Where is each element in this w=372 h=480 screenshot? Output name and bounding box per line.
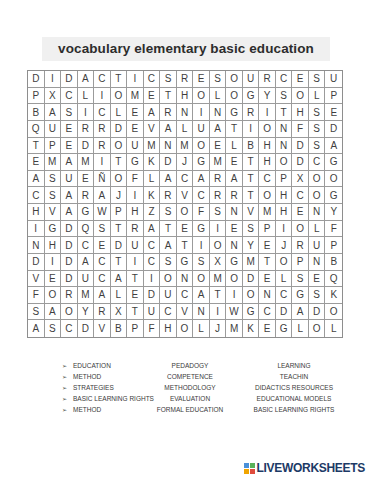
grid-cell-r12c6[interactable]: T — [111, 254, 128, 271]
grid-cell-r1c5[interactable]: C — [94, 71, 111, 88]
grid-cell-r2c7[interactable]: M — [127, 88, 144, 105]
grid-cell-r11c6[interactable]: D — [111, 237, 128, 254]
grid-cell-r7c17[interactable]: X — [292, 171, 309, 188]
grid-cell-r14c9[interactable]: U — [160, 287, 177, 304]
grid-cell-r15c5[interactable]: R — [94, 304, 111, 321]
grid-cell-r9c1[interactable]: H — [28, 204, 45, 221]
grid-cell-r10c13[interactable]: E — [226, 221, 243, 238]
grid-cell-r8c1[interactable]: C — [28, 187, 45, 204]
grid-cell-r1c14[interactable]: U — [243, 71, 260, 88]
grid-cell-r12c11[interactable]: S — [193, 254, 210, 271]
grid-cell-r14c6[interactable]: L — [111, 287, 128, 304]
grid-cell-r11c19[interactable]: P — [325, 237, 342, 254]
grid-cell-r12c2[interactable]: I — [45, 254, 62, 271]
grid-cell-r14c17[interactable]: G — [292, 287, 309, 304]
grid-cell-r9c17[interactable]: E — [292, 204, 309, 221]
grid-cell-r5c16[interactable]: N — [276, 138, 293, 155]
grid-cell-r10c11[interactable]: G — [193, 221, 210, 238]
grid-cell-r10c1[interactable]: I — [28, 221, 45, 238]
grid-cell-r10c7[interactable]: R — [127, 221, 144, 238]
grid-cell-r4c15[interactable]: O — [259, 121, 276, 138]
grid-cell-r7c12[interactable]: R — [210, 171, 227, 188]
grid-cell-r3c13[interactable]: G — [226, 104, 243, 121]
grid-cell-r16c8[interactable]: F — [144, 320, 161, 337]
grid-cell-r3c14[interactable]: R — [243, 104, 260, 121]
grid-cell-r15c4[interactable]: Y — [78, 304, 95, 321]
grid-cell-r8c6[interactable]: J — [111, 187, 128, 204]
grid-cell-r7c7[interactable]: F — [127, 171, 144, 188]
grid-cell-r3c6[interactable]: L — [111, 104, 128, 121]
grid-cell-r16c15[interactable]: E — [259, 320, 276, 337]
grid-cell-r13c6[interactable]: A — [111, 271, 128, 288]
grid-cell-r5c6[interactable]: O — [111, 138, 128, 155]
grid-cell-r15c19[interactable]: O — [325, 304, 342, 321]
grid-cell-r13c2[interactable]: E — [45, 271, 62, 288]
grid-cell-r14c12[interactable]: T — [210, 287, 227, 304]
grid-cell-r4c7[interactable]: E — [127, 121, 144, 138]
grid-cell-r6c6[interactable]: T — [111, 154, 128, 171]
grid-cell-r11c18[interactable]: U — [309, 237, 326, 254]
grid-cell-r1c2[interactable]: I — [45, 71, 62, 88]
grid-cell-r2c10[interactable]: H — [177, 88, 194, 105]
grid-cell-r15c17[interactable]: A — [292, 304, 309, 321]
grid-cell-r15c12[interactable]: I — [210, 304, 227, 321]
grid-cell-r14c18[interactable]: S — [309, 287, 326, 304]
grid-cell-r4c2[interactable]: U — [45, 121, 62, 138]
grid-cell-r15c10[interactable]: V — [177, 304, 194, 321]
grid-cell-r13c16[interactable]: L — [276, 271, 293, 288]
grid-cell-r8c13[interactable]: R — [226, 187, 243, 204]
grid-cell-r4c13[interactable]: T — [226, 121, 243, 138]
grid-cell-r6c9[interactable]: D — [160, 154, 177, 171]
grid-cell-r11c17[interactable]: R — [292, 237, 309, 254]
grid-cell-r12c19[interactable]: B — [325, 254, 342, 271]
grid-cell-r10c4[interactable]: Q — [78, 221, 95, 238]
grid-cell-r7c8[interactable]: L — [144, 171, 161, 188]
grid-cell-r3c5[interactable]: C — [94, 104, 111, 121]
grid-cell-r6c2[interactable]: M — [45, 154, 62, 171]
grid-cell-r13c9[interactable]: O — [160, 271, 177, 288]
grid-cell-r9c19[interactable]: Y — [325, 204, 342, 221]
grid-cell-r16c18[interactable]: O — [309, 320, 326, 337]
grid-cell-r8c10[interactable]: V — [177, 187, 194, 204]
grid-cell-r11c4[interactable]: C — [78, 237, 95, 254]
grid-cell-r16c1[interactable]: A — [28, 320, 45, 337]
grid-cell-r13c1[interactable]: V — [28, 271, 45, 288]
grid-cell-r7c11[interactable]: A — [193, 171, 210, 188]
grid-cell-r1c17[interactable]: E — [292, 71, 309, 88]
grid-cell-r6c15[interactable]: H — [259, 154, 276, 171]
grid-cell-r10c2[interactable]: G — [45, 221, 62, 238]
grid-cell-r1c6[interactable]: T — [111, 71, 128, 88]
grid-cell-r4c11[interactable]: U — [193, 121, 210, 138]
grid-cell-r3c12[interactable]: N — [210, 104, 227, 121]
grid-cell-r10c19[interactable]: F — [325, 221, 342, 238]
grid-cell-r8c3[interactable]: A — [61, 187, 78, 204]
grid-cell-r12c12[interactable]: X — [210, 254, 227, 271]
grid-cell-r13c5[interactable]: C — [94, 271, 111, 288]
grid-cell-r4c18[interactable]: S — [309, 121, 326, 138]
grid-cell-r1c3[interactable]: D — [61, 71, 78, 88]
grid-cell-r5c7[interactable]: U — [127, 138, 144, 155]
grid-cell-r3c16[interactable]: T — [276, 104, 293, 121]
grid-cell-r14c19[interactable]: K — [325, 287, 342, 304]
grid-cell-r16c16[interactable]: G — [276, 320, 293, 337]
grid-cell-r7c5[interactable]: Ñ — [94, 171, 111, 188]
grid-cell-r8c17[interactable]: C — [292, 187, 309, 204]
grid-cell-r11c8[interactable]: C — [144, 237, 161, 254]
grid-cell-r9c14[interactable]: V — [243, 204, 260, 221]
grid-cell-r4c10[interactable]: L — [177, 121, 194, 138]
grid-cell-r16c14[interactable]: K — [243, 320, 260, 337]
grid-cell-r12c5[interactable]: C — [94, 254, 111, 271]
grid-cell-r15c7[interactable]: T — [127, 304, 144, 321]
grid-cell-r1c11[interactable]: E — [193, 71, 210, 88]
grid-cell-r4c1[interactable]: Q — [28, 121, 45, 138]
grid-cell-r7c2[interactable]: S — [45, 171, 62, 188]
grid-cell-r16c19[interactable]: L — [325, 320, 342, 337]
grid-cell-r7c14[interactable]: T — [243, 171, 260, 188]
grid-cell-r15c18[interactable]: D — [309, 304, 326, 321]
grid-cell-r13c15[interactable]: E — [259, 271, 276, 288]
grid-cell-r1c12[interactable]: S — [210, 71, 227, 88]
grid-cell-r1c9[interactable]: S — [160, 71, 177, 88]
grid-cell-r3c15[interactable]: I — [259, 104, 276, 121]
grid-cell-r2c4[interactable]: L — [78, 88, 95, 105]
grid-cell-r16c13[interactable]: M — [226, 320, 243, 337]
grid-cell-r9c3[interactable]: A — [61, 204, 78, 221]
grid-cell-r16c17[interactable]: L — [292, 320, 309, 337]
grid-cell-r14c4[interactable]: M — [78, 287, 95, 304]
grid-cell-r2c3[interactable]: C — [61, 88, 78, 105]
grid-cell-r11c10[interactable]: T — [177, 237, 194, 254]
grid-cell-r1c13[interactable]: O — [226, 71, 243, 88]
footer-logo[interactable]: LIVEWORKSHEETS — [244, 462, 365, 474]
grid-cell-r6c12[interactable]: M — [210, 154, 227, 171]
grid-cell-r15c8[interactable]: U — [144, 304, 161, 321]
grid-cell-r15c13[interactable]: W — [226, 304, 243, 321]
grid-cell-r1c8[interactable]: C — [144, 71, 161, 88]
grid-cell-r6c11[interactable]: G — [193, 154, 210, 171]
grid-cell-r14c7[interactable]: E — [127, 287, 144, 304]
grid-cell-r11c7[interactable]: U — [127, 237, 144, 254]
grid-cell-r3c4[interactable]: I — [78, 104, 95, 121]
grid-cell-r3c7[interactable]: E — [127, 104, 144, 121]
grid-cell-r8c12[interactable]: R — [210, 187, 227, 204]
grid-cell-r14c16[interactable]: C — [276, 287, 293, 304]
grid-cell-r4c4[interactable]: R — [78, 121, 95, 138]
grid-cell-r2c16[interactable]: S — [276, 88, 293, 105]
grid-cell-r12c13[interactable]: G — [226, 254, 243, 271]
grid-cell-r2c12[interactable]: L — [210, 88, 227, 105]
grid-cell-r2c15[interactable]: Y — [259, 88, 276, 105]
grid-cell-r13c11[interactable]: O — [193, 271, 210, 288]
grid-cell-r6c3[interactable]: A — [61, 154, 78, 171]
grid-cell-r5c8[interactable]: M — [144, 138, 161, 155]
grid-cell-r10c5[interactable]: S — [94, 221, 111, 238]
grid-cell-r3c17[interactable]: H — [292, 104, 309, 121]
grid-cell-r10c15[interactable]: P — [259, 221, 276, 238]
grid-cell-r2c13[interactable]: O — [226, 88, 243, 105]
grid-cell-r11c14[interactable]: Y — [243, 237, 260, 254]
grid-cell-r12c10[interactable]: G — [177, 254, 194, 271]
grid-cell-r5c19[interactable]: A — [325, 138, 342, 155]
grid-cell-r5c17[interactable]: D — [292, 138, 309, 155]
grid-cell-r7c4[interactable]: E — [78, 171, 95, 188]
grid-cell-r1c4[interactable]: A — [78, 71, 95, 88]
grid-cell-r15c2[interactable]: A — [45, 304, 62, 321]
grid-cell-r5c12[interactable]: E — [210, 138, 227, 155]
grid-cell-r2c14[interactable]: G — [243, 88, 260, 105]
grid-cell-r13c10[interactable]: N — [177, 271, 194, 288]
grid-cell-r15c6[interactable]: X — [111, 304, 128, 321]
grid-cell-r13c13[interactable]: O — [226, 271, 243, 288]
grid-cell-r14c2[interactable]: O — [45, 287, 62, 304]
grid-cell-r13c17[interactable]: S — [292, 271, 309, 288]
grid-cell-r3c11[interactable]: I — [193, 104, 210, 121]
grid-cell-r10c9[interactable]: T — [160, 221, 177, 238]
grid-cell-r15c1[interactable]: S — [28, 304, 45, 321]
grid-cell-r2c8[interactable]: E — [144, 88, 161, 105]
grid-cell-r4c9[interactable]: A — [160, 121, 177, 138]
grid-cell-r9c8[interactable]: Z — [144, 204, 161, 221]
grid-cell-r14c15[interactable]: N — [259, 287, 276, 304]
grid-cell-r12c18[interactable]: N — [309, 254, 326, 271]
grid-cell-r8c9[interactable]: R — [160, 187, 177, 204]
grid-cell-r9c16[interactable]: H — [276, 204, 293, 221]
grid-cell-r1c15[interactable]: R — [259, 71, 276, 88]
grid-cell-r4c12[interactable]: A — [210, 121, 227, 138]
grid-cell-r12c8[interactable]: C — [144, 254, 161, 271]
grid-cell-r10c12[interactable]: I — [210, 221, 227, 238]
grid-cell-r2c1[interactable]: P — [28, 88, 45, 105]
grid-cell-r3c9[interactable]: R — [160, 104, 177, 121]
grid-cell-r15c15[interactable]: C — [259, 304, 276, 321]
grid-cell-r8c19[interactable]: G — [325, 187, 342, 204]
grid-cell-r8c16[interactable]: H — [276, 187, 293, 204]
grid-cell-r16c10[interactable]: O — [177, 320, 194, 337]
grid-cell-r1c16[interactable]: C — [276, 71, 293, 88]
grid-cell-r9c13[interactable]: N — [226, 204, 243, 221]
grid-cell-r13c7[interactable]: T — [127, 271, 144, 288]
grid-cell-r12c16[interactable]: O — [276, 254, 293, 271]
grid-cell-r10c16[interactable]: I — [276, 221, 293, 238]
grid-cell-r6c19[interactable]: G — [325, 154, 342, 171]
grid-cell-r11c11[interactable]: I — [193, 237, 210, 254]
grid-cell-r16c11[interactable]: L — [193, 320, 210, 337]
grid-cell-r16c6[interactable]: B — [111, 320, 128, 337]
grid-cell-r14c8[interactable]: D — [144, 287, 161, 304]
grid-cell-r14c1[interactable]: F — [28, 287, 45, 304]
grid-cell-r11c1[interactable]: N — [28, 237, 45, 254]
grid-cell-r7c6[interactable]: O — [111, 171, 128, 188]
grid-cell-r6c17[interactable]: D — [292, 154, 309, 171]
grid-cell-r3c2[interactable]: A — [45, 104, 62, 121]
grid-cell-r4c5[interactable]: R — [94, 121, 111, 138]
grid-cell-r16c12[interactable]: J — [210, 320, 227, 337]
grid-cell-r16c4[interactable]: D — [78, 320, 95, 337]
grid-cell-r3c3[interactable]: S — [61, 104, 78, 121]
grid-cell-r13c12[interactable]: M — [210, 271, 227, 288]
grid-cell-r11c13[interactable]: N — [226, 237, 243, 254]
grid-cell-r5c1[interactable]: T — [28, 138, 45, 155]
grid-cell-r13c18[interactable]: E — [309, 271, 326, 288]
grid-cell-r6c7[interactable]: G — [127, 154, 144, 171]
grid-cell-r13c14[interactable]: D — [243, 271, 260, 288]
grid-cell-r5c3[interactable]: E — [61, 138, 78, 155]
grid-cell-r4c17[interactable]: F — [292, 121, 309, 138]
grid-cell-r14c3[interactable]: R — [61, 287, 78, 304]
grid-cell-r11c3[interactable]: D — [61, 237, 78, 254]
grid-cell-r5c14[interactable]: B — [243, 138, 260, 155]
grid-cell-r12c17[interactable]: P — [292, 254, 309, 271]
grid-cell-r7c15[interactable]: C — [259, 171, 276, 188]
grid-cell-r9c7[interactable]: H — [127, 204, 144, 221]
grid-cell-r4c8[interactable]: V — [144, 121, 161, 138]
grid-cell-r14c11[interactable]: A — [193, 287, 210, 304]
grid-cell-r6c8[interactable]: K — [144, 154, 161, 171]
grid-cell-r15c9[interactable]: C — [160, 304, 177, 321]
grid-cell-r9c6[interactable]: P — [111, 204, 128, 221]
grid-cell-r1c19[interactable]: U — [325, 71, 342, 88]
grid-cell-r9c2[interactable]: V — [45, 204, 62, 221]
grid-cell-r2c2[interactable]: X — [45, 88, 62, 105]
grid-cell-r9c12[interactable]: S — [210, 204, 227, 221]
grid-cell-r7c13[interactable]: A — [226, 171, 243, 188]
grid-cell-r5c5[interactable]: R — [94, 138, 111, 155]
grid-cell-r1c7[interactable]: I — [127, 71, 144, 88]
grid-cell-r16c3[interactable]: C — [61, 320, 78, 337]
grid-cell-r9c9[interactable]: S — [160, 204, 177, 221]
grid-cell-r5c2[interactable]: P — [45, 138, 62, 155]
grid-cell-r13c19[interactable]: Q — [325, 271, 342, 288]
grid-cell-r7c19[interactable]: O — [325, 171, 342, 188]
grid-cell-r16c5[interactable]: V — [94, 320, 111, 337]
grid-cell-r5c13[interactable]: L — [226, 138, 243, 155]
grid-cell-r4c14[interactable]: I — [243, 121, 260, 138]
grid-cell-r13c4[interactable]: U — [78, 271, 95, 288]
grid-cell-r8c5[interactable]: A — [94, 187, 111, 204]
grid-cell-r3c19[interactable]: E — [325, 104, 342, 121]
grid-cell-r7c18[interactable]: O — [309, 171, 326, 188]
grid-cell-r14c10[interactable]: C — [177, 287, 194, 304]
grid-cell-r8c4[interactable]: R — [78, 187, 95, 204]
grid-cell-r8c18[interactable]: O — [309, 187, 326, 204]
grid-cell-r8c11[interactable]: C — [193, 187, 210, 204]
grid-cell-r16c2[interactable]: S — [45, 320, 62, 337]
grid-cell-r4c19[interactable]: D — [325, 121, 342, 138]
grid-cell-r15c11[interactable]: N — [193, 304, 210, 321]
grid-cell-r3c1[interactable]: B — [28, 104, 45, 121]
grid-cell-r10c6[interactable]: T — [111, 221, 128, 238]
grid-cell-r9c18[interactable]: N — [309, 204, 326, 221]
grid-cell-r9c5[interactable]: W — [94, 204, 111, 221]
grid-cell-r14c13[interactable]: I — [226, 287, 243, 304]
grid-cell-r14c5[interactable]: A — [94, 287, 111, 304]
grid-cell-r4c3[interactable]: E — [61, 121, 78, 138]
grid-cell-r6c1[interactable]: E — [28, 154, 45, 171]
grid-cell-r1c10[interactable]: R — [177, 71, 194, 88]
grid-cell-r2c19[interactable]: P — [325, 88, 342, 105]
grid-cell-r12c14[interactable]: M — [243, 254, 260, 271]
grid-cell-r16c7[interactable]: P — [127, 320, 144, 337]
grid-cell-r9c15[interactable]: M — [259, 204, 276, 221]
grid-cell-r5c10[interactable]: M — [177, 138, 194, 155]
grid-cell-r11c9[interactable]: A — [160, 237, 177, 254]
grid-cell-r11c15[interactable]: E — [259, 237, 276, 254]
grid-cell-r12c3[interactable]: D — [61, 254, 78, 271]
grid-cell-r7c1[interactable]: A — [28, 171, 45, 188]
grid-cell-r14c14[interactable]: O — [243, 287, 260, 304]
grid-cell-r1c18[interactable]: S — [309, 71, 326, 88]
grid-cell-r4c6[interactable]: D — [111, 121, 128, 138]
grid-cell-r5c15[interactable]: H — [259, 138, 276, 155]
grid-cell-r8c2[interactable]: S — [45, 187, 62, 204]
grid-cell-r8c7[interactable]: I — [127, 187, 144, 204]
grid-cell-r6c13[interactable]: E — [226, 154, 243, 171]
grid-cell-r6c4[interactable]: M — [78, 154, 95, 171]
grid-cell-r2c18[interactable]: L — [309, 88, 326, 105]
grid-cell-r8c14[interactable]: T — [243, 187, 260, 204]
grid-cell-r11c12[interactable]: O — [210, 237, 227, 254]
grid-cell-r11c16[interactable]: J — [276, 237, 293, 254]
grid-cell-r10c10[interactable]: E — [177, 221, 194, 238]
grid-cell-r7c3[interactable]: U — [61, 171, 78, 188]
grid-cell-r5c9[interactable]: N — [160, 138, 177, 155]
grid-cell-r16c9[interactable]: H — [160, 320, 177, 337]
grid-cell-r5c18[interactable]: S — [309, 138, 326, 155]
grid-cell-r5c11[interactable]: O — [193, 138, 210, 155]
grid-cell-r10c3[interactable]: D — [61, 221, 78, 238]
grid-cell-r15c16[interactable]: D — [276, 304, 293, 321]
grid-cell-r6c18[interactable]: C — [309, 154, 326, 171]
grid-cell-r12c9[interactable]: S — [160, 254, 177, 271]
grid-cell-r12c7[interactable]: I — [127, 254, 144, 271]
grid-cell-r12c1[interactable]: D — [28, 254, 45, 271]
grid-cell-r12c4[interactable]: A — [78, 254, 95, 271]
grid-cell-r1c1[interactable]: D — [28, 71, 45, 88]
grid-cell-r9c11[interactable]: F — [193, 204, 210, 221]
grid-cell-r2c11[interactable]: O — [193, 88, 210, 105]
grid-cell-r15c14[interactable]: G — [243, 304, 260, 321]
grid-cell-r6c5[interactable]: I — [94, 154, 111, 171]
grid-cell-r10c18[interactable]: L — [309, 221, 326, 238]
grid-cell-r3c10[interactable]: N — [177, 104, 194, 121]
grid-cell-r12c15[interactable]: T — [259, 254, 276, 271]
grid-cell-r9c10[interactable]: O — [177, 204, 194, 221]
grid-cell-r3c8[interactable]: A — [144, 104, 161, 121]
grid-cell-r7c10[interactable]: C — [177, 171, 194, 188]
grid-cell-r15c3[interactable]: O — [61, 304, 78, 321]
grid-cell-r7c16[interactable]: P — [276, 171, 293, 188]
grid-cell-r10c17[interactable]: O — [292, 221, 309, 238]
grid-cell-r6c10[interactable]: J — [177, 154, 194, 171]
grid-cell-r4c16[interactable]: N — [276, 121, 293, 138]
grid-cell-r8c15[interactable]: O — [259, 187, 276, 204]
grid-cell-r11c2[interactable]: H — [45, 237, 62, 254]
grid-cell-r10c14[interactable]: S — [243, 221, 260, 238]
grid-cell-r2c9[interactable]: T — [160, 88, 177, 105]
grid-cell-r3c18[interactable]: S — [309, 104, 326, 121]
grid-cell-r2c6[interactable]: O — [111, 88, 128, 105]
grid-cell-r6c16[interactable]: O — [276, 154, 293, 171]
grid-cell-r7c9[interactable]: A — [160, 171, 177, 188]
grid-cell-r8c8[interactable]: K — [144, 187, 161, 204]
grid-cell-r6c14[interactable]: T — [243, 154, 260, 171]
grid-cell-r2c5[interactable]: I — [94, 88, 111, 105]
grid-cell-r13c3[interactable]: D — [61, 271, 78, 288]
grid-cell-r11c5[interactable]: E — [94, 237, 111, 254]
